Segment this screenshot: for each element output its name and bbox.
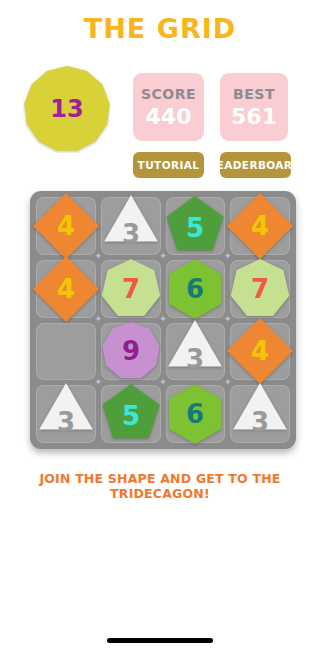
tile-heptagon-7-r2c4: 7 — [230, 260, 290, 318]
tile-hexagon-6-r2c3: 6 — [166, 260, 226, 318]
score-label: SCORE — [141, 86, 196, 102]
tile-number: 6 — [186, 274, 204, 304]
best-label: BEST — [233, 86, 275, 102]
tile-number: 4 — [57, 274, 75, 304]
tile-number: 3 — [57, 407, 75, 437]
score-box: SCORE 440 — [133, 73, 204, 141]
tile-number: 3 — [251, 407, 269, 437]
tile-number: 7 — [251, 274, 269, 304]
score-value: 440 — [146, 104, 192, 129]
tile-nonagon-9-r3c2: 9 — [101, 323, 161, 381]
tile-number: 7 — [122, 274, 140, 304]
app-screen: THE GRID 13 SCORE 440 BEST 561 TUTORIAL … — [10, 0, 310, 649]
tile-number: 4 — [251, 336, 269, 366]
tile-number: 3 — [122, 219, 140, 249]
tile-number: 4 — [251, 211, 269, 241]
tile-pentagon-5-r1c3: 5 — [166, 197, 226, 255]
tile-triangle-3-r4c1: 3 — [36, 385, 96, 443]
tile-number: 13 — [50, 95, 83, 123]
tile-number: 5 — [186, 213, 204, 243]
tile-number: 6 — [186, 399, 204, 429]
tile-diamond-4-r2c1: 4 — [36, 260, 96, 318]
leaderboard-button[interactable]: LEADERBOARD — [220, 152, 291, 178]
tile-triangle-3-r1c2: 3 — [101, 197, 161, 255]
tile-triangle-3-r3c3: 3 — [166, 323, 226, 381]
tile-heptagon-7-r2c2: 7 — [101, 260, 161, 318]
empty-cell-r3c1 — [36, 323, 96, 381]
tile-diamond-4-r1c4: 4 — [230, 197, 290, 255]
tile-number: 9 — [122, 336, 140, 366]
tile-diamond-4-r3c4: 4 — [230, 323, 290, 381]
tile-number: 5 — [122, 401, 140, 431]
best-box: BEST 561 — [220, 73, 288, 141]
tile-triangle-3-r4c4: 3 — [230, 385, 290, 443]
game-board[interactable]: 435447679343563✦✦✦✦✦✦✦✦✦ — [30, 191, 296, 449]
page-title: THE GRID — [10, 13, 310, 44]
tutorial-button[interactable]: TUTORIAL — [133, 152, 204, 178]
tile-hexagon-6-r4c3: 6 — [166, 385, 226, 443]
home-indicator[interactable] — [107, 638, 213, 643]
tile-diamond-4-r1c1: 4 — [36, 197, 96, 255]
goal-tridecagon-shape: 13 — [23, 65, 111, 153]
tile-number: 3 — [186, 344, 204, 374]
tile-pentagon-5-r4c2: 5 — [101, 385, 161, 443]
tile-number: 4 — [57, 211, 75, 241]
best-value: 561 — [231, 104, 277, 129]
tagline: JOIN THE SHAPE AND GET TO THE TRIDECAGON… — [10, 471, 310, 501]
